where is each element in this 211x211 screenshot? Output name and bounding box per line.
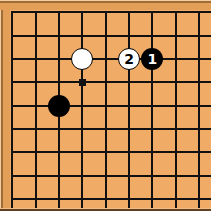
intersection [117,94,140,117]
intersection [47,47,70,70]
intersection [71,24,94,47]
intersection [117,24,140,47]
intersection: 2 [117,47,140,70]
intersection [94,94,117,117]
intersection [117,164,140,187]
intersection [141,164,164,187]
intersection [94,24,117,47]
intersection [141,117,164,140]
intersection [47,117,70,140]
intersection [187,164,210,187]
intersection [164,24,187,47]
intersection [71,141,94,164]
intersection [117,141,140,164]
board-grid: 21 [1,1,211,211]
white-stone-move-2: 2 [118,48,140,70]
intersection [24,71,47,94]
intersection [187,47,210,70]
intersection [71,164,94,187]
go-board-diagram: 21 [0,0,211,211]
hoshi-star-point [79,79,86,86]
intersection [94,164,117,187]
intersection [141,71,164,94]
intersection [141,141,164,164]
move-number-label: 1 [148,52,158,66]
intersection: 1 [141,47,164,70]
intersection [71,71,94,94]
intersection [164,47,187,70]
intersection [164,94,187,117]
intersection [187,24,210,47]
intersection [164,117,187,140]
white-stone [71,48,93,70]
intersection [24,24,47,47]
intersection [164,141,187,164]
intersection [94,117,117,140]
intersection [24,141,47,164]
board-frame-top [0,0,211,10]
black-stone [48,95,70,117]
intersection [187,71,210,94]
board-frame-left [0,0,10,211]
move-number-label: 2 [124,52,134,66]
intersection [71,117,94,140]
intersection [94,47,117,70]
intersection [164,71,187,94]
intersection [141,94,164,117]
intersection [24,47,47,70]
intersection [187,94,210,117]
intersection [117,71,140,94]
intersection [24,117,47,140]
intersection [71,94,94,117]
intersection [94,141,117,164]
intersection [47,164,70,187]
black-stone-move-1: 1 [141,48,163,70]
intersection [141,24,164,47]
intersection [187,141,210,164]
intersection [47,94,70,117]
intersection [47,141,70,164]
intersection [187,117,210,140]
intersection [47,71,70,94]
intersection [164,164,187,187]
intersection [47,24,70,47]
intersection [24,94,47,117]
screenshot-bottom-crop-line [0,208,211,211]
intersection [71,47,94,70]
intersection [94,71,117,94]
intersection [117,117,140,140]
intersection [24,164,47,187]
